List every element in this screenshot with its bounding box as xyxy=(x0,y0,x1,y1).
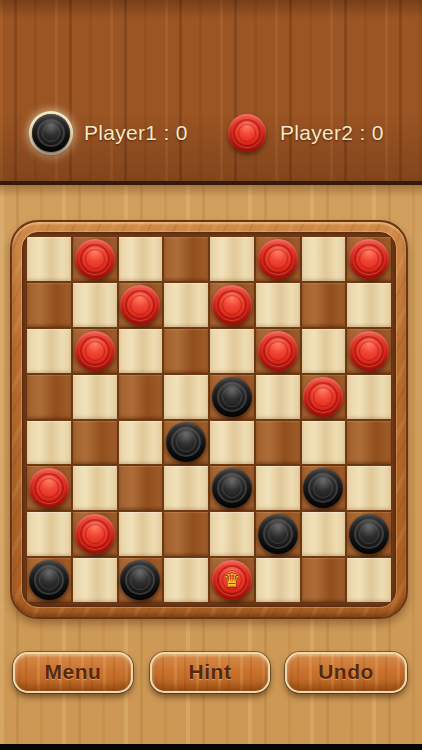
square-a2 xyxy=(27,512,71,556)
square-f4[interactable] xyxy=(256,421,300,465)
red-piece[interactable] xyxy=(75,331,115,371)
square-e3[interactable] xyxy=(210,466,254,510)
player1-score-label: Player1 : 0 xyxy=(84,121,188,145)
square-a4 xyxy=(27,421,71,465)
king-crown-icon: ♛ xyxy=(223,571,240,590)
square-d8[interactable] xyxy=(164,237,208,281)
square-g6 xyxy=(302,329,346,373)
square-b3 xyxy=(73,466,117,510)
red-piece[interactable] xyxy=(212,285,252,325)
square-a6 xyxy=(27,329,71,373)
player2-score-group: Player2 : 0 xyxy=(228,112,384,154)
red-piece[interactable] xyxy=(75,514,115,554)
red-piece[interactable] xyxy=(258,239,298,279)
player2-score-label: Player2 : 0 xyxy=(280,121,384,145)
square-f1 xyxy=(256,558,300,602)
menu-button[interactable]: Menu xyxy=(13,652,133,693)
square-f6[interactable] xyxy=(256,329,300,373)
black-piece[interactable] xyxy=(258,514,298,554)
square-c8 xyxy=(119,237,163,281)
black-piece[interactable] xyxy=(349,514,389,554)
square-d4[interactable] xyxy=(164,421,208,465)
board-frame: ♛ xyxy=(10,220,408,619)
square-d3 xyxy=(164,466,208,510)
square-c1[interactable] xyxy=(119,558,163,602)
square-d5 xyxy=(164,375,208,419)
red-piece[interactable] xyxy=(258,331,298,371)
square-d7 xyxy=(164,283,208,327)
square-g1[interactable] xyxy=(302,558,346,602)
square-h7 xyxy=(347,283,391,327)
square-e8 xyxy=(210,237,254,281)
square-a1[interactable] xyxy=(27,558,71,602)
square-a3[interactable] xyxy=(27,466,71,510)
red-piece[interactable] xyxy=(29,468,69,508)
square-g5[interactable] xyxy=(302,375,346,419)
red-king-piece[interactable]: ♛ xyxy=(212,560,252,600)
red-piece[interactable] xyxy=(75,239,115,279)
square-f5 xyxy=(256,375,300,419)
square-a7[interactable] xyxy=(27,283,71,327)
undo-button[interactable]: Undo xyxy=(285,652,407,693)
red-piece[interactable] xyxy=(303,377,343,417)
top-wood-panel xyxy=(0,0,422,185)
square-h4[interactable] xyxy=(347,421,391,465)
square-a8 xyxy=(27,237,71,281)
app-screen: Player1 : 0 Player2 : 0 ♛ Menu Hint Undo xyxy=(0,0,422,750)
square-e2 xyxy=(210,512,254,556)
black-piece[interactable] xyxy=(166,422,206,462)
square-f3 xyxy=(256,466,300,510)
player1-turn-halo xyxy=(32,114,70,152)
square-c2 xyxy=(119,512,163,556)
square-h1 xyxy=(347,558,391,602)
square-a5[interactable] xyxy=(27,375,71,419)
square-f8[interactable] xyxy=(256,237,300,281)
square-g4 xyxy=(302,421,346,465)
square-b2[interactable] xyxy=(73,512,117,556)
black-piece[interactable] xyxy=(212,377,252,417)
square-g7[interactable] xyxy=(302,283,346,327)
player1-piece-icon xyxy=(32,114,70,152)
square-c6 xyxy=(119,329,163,373)
black-piece[interactable] xyxy=(303,468,343,508)
red-piece[interactable] xyxy=(349,239,389,279)
square-h5 xyxy=(347,375,391,419)
hint-button[interactable]: Hint xyxy=(150,652,270,693)
square-b6[interactable] xyxy=(73,329,117,373)
square-e4 xyxy=(210,421,254,465)
square-c7[interactable] xyxy=(119,283,163,327)
square-c4 xyxy=(119,421,163,465)
square-b8[interactable] xyxy=(73,237,117,281)
black-piece[interactable] xyxy=(212,468,252,508)
square-e6 xyxy=(210,329,254,373)
player2-piece-icon xyxy=(228,114,266,152)
bottom-bar xyxy=(0,744,422,750)
player2-turn-halo xyxy=(228,114,266,152)
red-piece[interactable] xyxy=(120,285,160,325)
square-b1 xyxy=(73,558,117,602)
square-h3 xyxy=(347,466,391,510)
player1-score-group: Player1 : 0 xyxy=(32,112,188,154)
square-b4[interactable] xyxy=(73,421,117,465)
square-h8[interactable] xyxy=(347,237,391,281)
square-f2[interactable] xyxy=(256,512,300,556)
square-c3[interactable] xyxy=(119,466,163,510)
square-h2[interactable] xyxy=(347,512,391,556)
square-b5 xyxy=(73,375,117,419)
black-piece[interactable] xyxy=(120,560,160,600)
square-f7 xyxy=(256,283,300,327)
square-e1[interactable]: ♛ xyxy=(210,558,254,602)
square-d6[interactable] xyxy=(164,329,208,373)
square-d1 xyxy=(164,558,208,602)
square-b7 xyxy=(73,283,117,327)
red-piece[interactable] xyxy=(349,331,389,371)
board-grid: ♛ xyxy=(22,232,396,607)
square-g8 xyxy=(302,237,346,281)
square-c5[interactable] xyxy=(119,375,163,419)
square-h6[interactable] xyxy=(347,329,391,373)
square-d2[interactable] xyxy=(164,512,208,556)
black-piece[interactable] xyxy=(29,560,69,600)
square-g2 xyxy=(302,512,346,556)
square-e7[interactable] xyxy=(210,283,254,327)
square-g3[interactable] xyxy=(302,466,346,510)
square-e5[interactable] xyxy=(210,375,254,419)
